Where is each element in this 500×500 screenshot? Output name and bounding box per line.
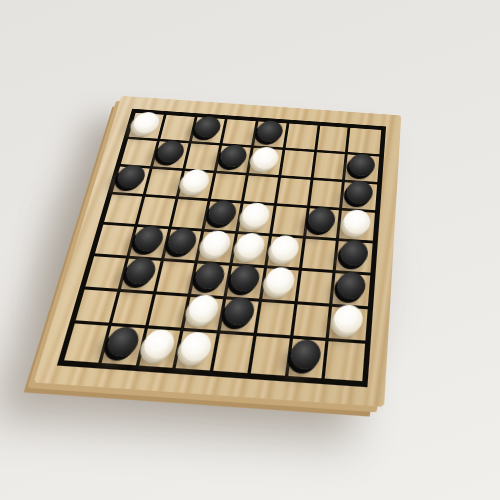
black-disc [193, 116, 222, 139]
board-cell[interactable] [217, 145, 254, 175]
board-cell[interactable] [262, 268, 302, 304]
board-cell[interactable] [250, 336, 292, 376]
white-disc [264, 266, 296, 294]
board-cell[interactable] [256, 301, 297, 339]
white-disc [200, 230, 232, 257]
black-disc [256, 120, 284, 143]
black-disc [123, 256, 157, 284]
white-disc [179, 331, 214, 362]
board-cell[interactable] [267, 236, 306, 270]
black-disc [307, 207, 336, 233]
black-disc [345, 180, 373, 205]
white-disc [251, 146, 280, 170]
white-disc [131, 111, 161, 133]
board-cell[interactable] [249, 148, 285, 178]
white-disc [240, 202, 271, 228]
board-cell[interactable] [226, 266, 267, 302]
board-cell[interactable] [281, 150, 317, 180]
board-cell[interactable] [332, 273, 370, 309]
board-cell[interactable] [342, 182, 377, 213]
black-disc [229, 264, 261, 292]
board-cell[interactable] [238, 204, 276, 237]
board-cell[interactable] [316, 126, 350, 155]
board-grid [57, 109, 386, 388]
black-disc [348, 153, 375, 177]
board-cell[interactable] [211, 173, 249, 204]
board-cell[interactable] [243, 175, 280, 206]
board-cell[interactable] [309, 180, 345, 211]
black-disc [115, 164, 147, 188]
board-cell[interactable] [329, 306, 368, 344]
board-cell[interactable] [313, 152, 348, 182]
black-disc [166, 227, 199, 254]
white-disc [142, 328, 178, 359]
black-disc [219, 144, 249, 168]
white-disc [235, 232, 266, 259]
board-cell[interactable] [254, 121, 289, 149]
board-cell[interactable] [305, 208, 342, 241]
black-disc [336, 271, 366, 299]
board-cell[interactable] [297, 270, 336, 306]
black-disc [207, 200, 238, 226]
board-cell[interactable] [348, 128, 381, 157]
board-cell[interactable] [292, 304, 332, 342]
board-cell[interactable] [276, 177, 313, 208]
black-disc [104, 326, 141, 357]
board-cell[interactable] [213, 334, 256, 373]
black-disc [155, 139, 186, 162]
board-cell[interactable] [222, 119, 258, 147]
board-cell[interactable] [288, 339, 329, 379]
board-cell[interactable] [285, 124, 320, 152]
white-disc [342, 209, 371, 235]
scene [0, 0, 500, 500]
white-disc [186, 294, 220, 324]
board-cell[interactable] [232, 234, 271, 268]
board-cell[interactable] [339, 211, 375, 244]
board-cell[interactable] [204, 202, 243, 234]
white-disc [332, 304, 363, 334]
board-cell[interactable] [220, 299, 262, 337]
white-disc [269, 234, 300, 261]
black-disc [223, 297, 256, 327]
black-disc [339, 239, 368, 266]
board-cell[interactable] [325, 341, 365, 381]
black-disc [194, 261, 227, 289]
board-cell[interactable] [272, 206, 310, 239]
othello-board [34, 96, 402, 407]
board-cell[interactable] [301, 239, 339, 273]
board-cell[interactable] [198, 232, 238, 266]
white-disc [180, 169, 211, 194]
board-cell[interactable] [336, 241, 373, 275]
board-perspective-wrapper [46, 64, 426, 444]
board-cell[interactable] [345, 154, 379, 184]
black-disc [132, 225, 165, 252]
black-disc [290, 338, 323, 369]
